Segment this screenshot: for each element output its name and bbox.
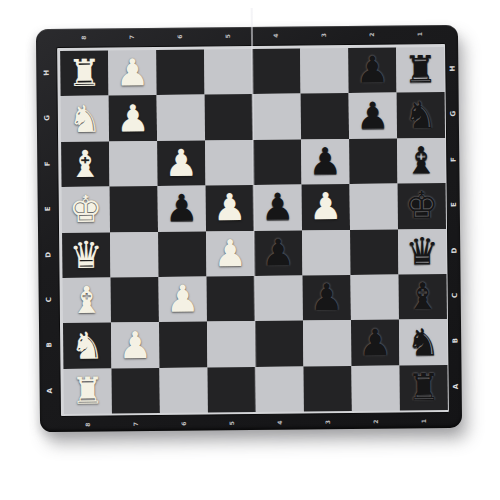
- rank-labels-top: 87654321: [59, 30, 443, 42]
- white-pawn-b7: ♟: [118, 327, 152, 364]
- square-g2: ♟: [349, 93, 397, 139]
- square-d1: ♛: [398, 228, 446, 274]
- square-c1: ♝: [398, 274, 446, 320]
- square-a1: ♜: [399, 365, 447, 411]
- square-f2: [349, 138, 397, 184]
- square-c8: ♝: [63, 277, 111, 323]
- square-c5: [206, 276, 254, 322]
- square-e5: ♟: [206, 185, 254, 231]
- square-g7: ♟: [109, 95, 157, 141]
- square-a8: ♜: [63, 368, 111, 414]
- square-b5: [207, 321, 255, 367]
- square-e1: ♚: [398, 183, 446, 229]
- square-e2: [350, 184, 398, 230]
- black-rook-h1: ♜: [404, 51, 438, 88]
- square-f3: ♟: [301, 139, 349, 185]
- square-d5: ♟: [206, 231, 254, 277]
- white-pawn-f6: ♟: [165, 145, 199, 182]
- square-h7: ♟: [108, 50, 156, 96]
- black-pawn-c3: ♟: [310, 279, 344, 316]
- square-d3: [302, 230, 350, 276]
- black-rook-a1: ♜: [407, 369, 441, 406]
- square-g1: ♞: [397, 92, 445, 138]
- square-f4: [253, 139, 301, 185]
- black-pawn-d4: ♟: [261, 234, 295, 271]
- square-c6: ♟: [159, 276, 207, 322]
- square-d4: ♟: [254, 230, 302, 276]
- square-h8: ♜: [60, 50, 108, 96]
- square-h4: [252, 48, 300, 94]
- white-bishop-c8: ♝: [70, 282, 104, 319]
- square-b2: ♟: [351, 320, 399, 366]
- square-g3: [301, 93, 349, 139]
- black-bishop-f1: ♝: [405, 142, 439, 179]
- square-a2: [351, 365, 399, 411]
- white-knight-g8: ♞: [68, 100, 102, 137]
- black-pawn-b2: ♟: [358, 324, 392, 361]
- white-bishop-f8: ♝: [69, 146, 103, 183]
- chess-board-frame: HGFEDCBA HGFEDCBA 87654321 87654321 ♜♟♟♜…: [36, 25, 462, 432]
- square-b8: ♞: [63, 323, 111, 369]
- square-c2: [350, 274, 398, 320]
- white-rook-a8: ♜: [71, 372, 105, 409]
- square-e4: ♟: [254, 185, 302, 231]
- black-king-e1: ♚: [405, 187, 439, 224]
- white-pawn-h7: ♟: [116, 54, 150, 91]
- square-d2: [350, 229, 398, 275]
- black-knight-b1: ♞: [406, 324, 440, 361]
- square-b6: [159, 322, 207, 368]
- square-a6: [159, 367, 207, 413]
- square-h5: [204, 49, 252, 95]
- square-f6: ♟: [157, 140, 205, 186]
- white-pawn-e5: ♟: [213, 189, 247, 226]
- square-h2: ♟: [348, 47, 396, 93]
- black-pawn-e4: ♟: [261, 189, 295, 226]
- square-f5: [205, 140, 253, 186]
- square-h1: ♜: [396, 47, 444, 93]
- square-e6: ♟: [158, 186, 206, 232]
- square-b1: ♞: [399, 319, 447, 365]
- square-d8: ♛: [62, 232, 110, 278]
- square-e3: ♟: [302, 184, 350, 230]
- square-b7: ♟: [111, 322, 159, 368]
- white-queen-d8: ♛: [69, 236, 103, 273]
- black-bishop-c1: ♝: [406, 278, 440, 315]
- white-pawn-e3: ♟: [309, 188, 343, 225]
- square-h6: [156, 49, 204, 95]
- square-f7: [109, 141, 157, 187]
- square-b4: [255, 321, 303, 367]
- board-inner-margin: ♜♟♟♜♞♟♟♞♝♟♟♝♚♟♟♟♟♚♛♟♟♛♝♟♟♝♞♟♟♞♜♜: [56, 43, 450, 417]
- square-d7: [110, 232, 158, 278]
- square-e7: [110, 186, 158, 232]
- square-a5: [207, 367, 255, 413]
- square-c4: [254, 275, 302, 321]
- square-g6: [157, 95, 205, 141]
- black-knight-g1: ♞: [404, 97, 438, 134]
- white-king-e8: ♚: [69, 191, 103, 228]
- square-e8: ♚: [62, 187, 110, 233]
- white-knight-b8: ♞: [70, 327, 104, 364]
- black-pawn-e6: ♟: [165, 190, 199, 227]
- square-a7: [111, 368, 159, 414]
- black-pawn-f3: ♟: [309, 143, 343, 180]
- square-h3: [300, 48, 348, 94]
- white-rook-h8: ♜: [68, 55, 102, 92]
- rank-labels-bottom: 87654321: [63, 417, 447, 429]
- square-b3: [303, 320, 351, 366]
- square-d6: [158, 231, 206, 277]
- square-f8: ♝: [61, 141, 109, 187]
- square-f1: ♝: [397, 138, 445, 184]
- square-g8: ♞: [61, 96, 109, 142]
- black-queen-d1: ♛: [405, 233, 439, 270]
- file-labels-left: HGFEDCBA: [41, 50, 55, 413]
- square-c3: ♟: [302, 275, 350, 321]
- black-pawn-h2: ♟: [356, 52, 390, 89]
- square-a3: [303, 366, 351, 412]
- square-c7: [111, 277, 159, 323]
- square-a4: [255, 366, 303, 412]
- white-pawn-d5: ♟: [213, 235, 247, 272]
- black-pawn-g2: ♟: [356, 97, 390, 134]
- square-g4: [253, 94, 301, 140]
- product-photo-scene: HGFEDCBA HGFEDCBA 87654321 87654321 ♜♟♟♜…: [0, 0, 500, 500]
- white-pawn-c6: ♟: [166, 281, 200, 318]
- chess-board: ♜♟♟♜♞♟♟♞♝♟♟♝♚♟♟♟♟♚♛♟♟♛♝♟♟♝♞♟♟♞♜♜: [60, 47, 448, 414]
- white-pawn-g7: ♟: [116, 100, 150, 137]
- square-g5: [205, 94, 253, 140]
